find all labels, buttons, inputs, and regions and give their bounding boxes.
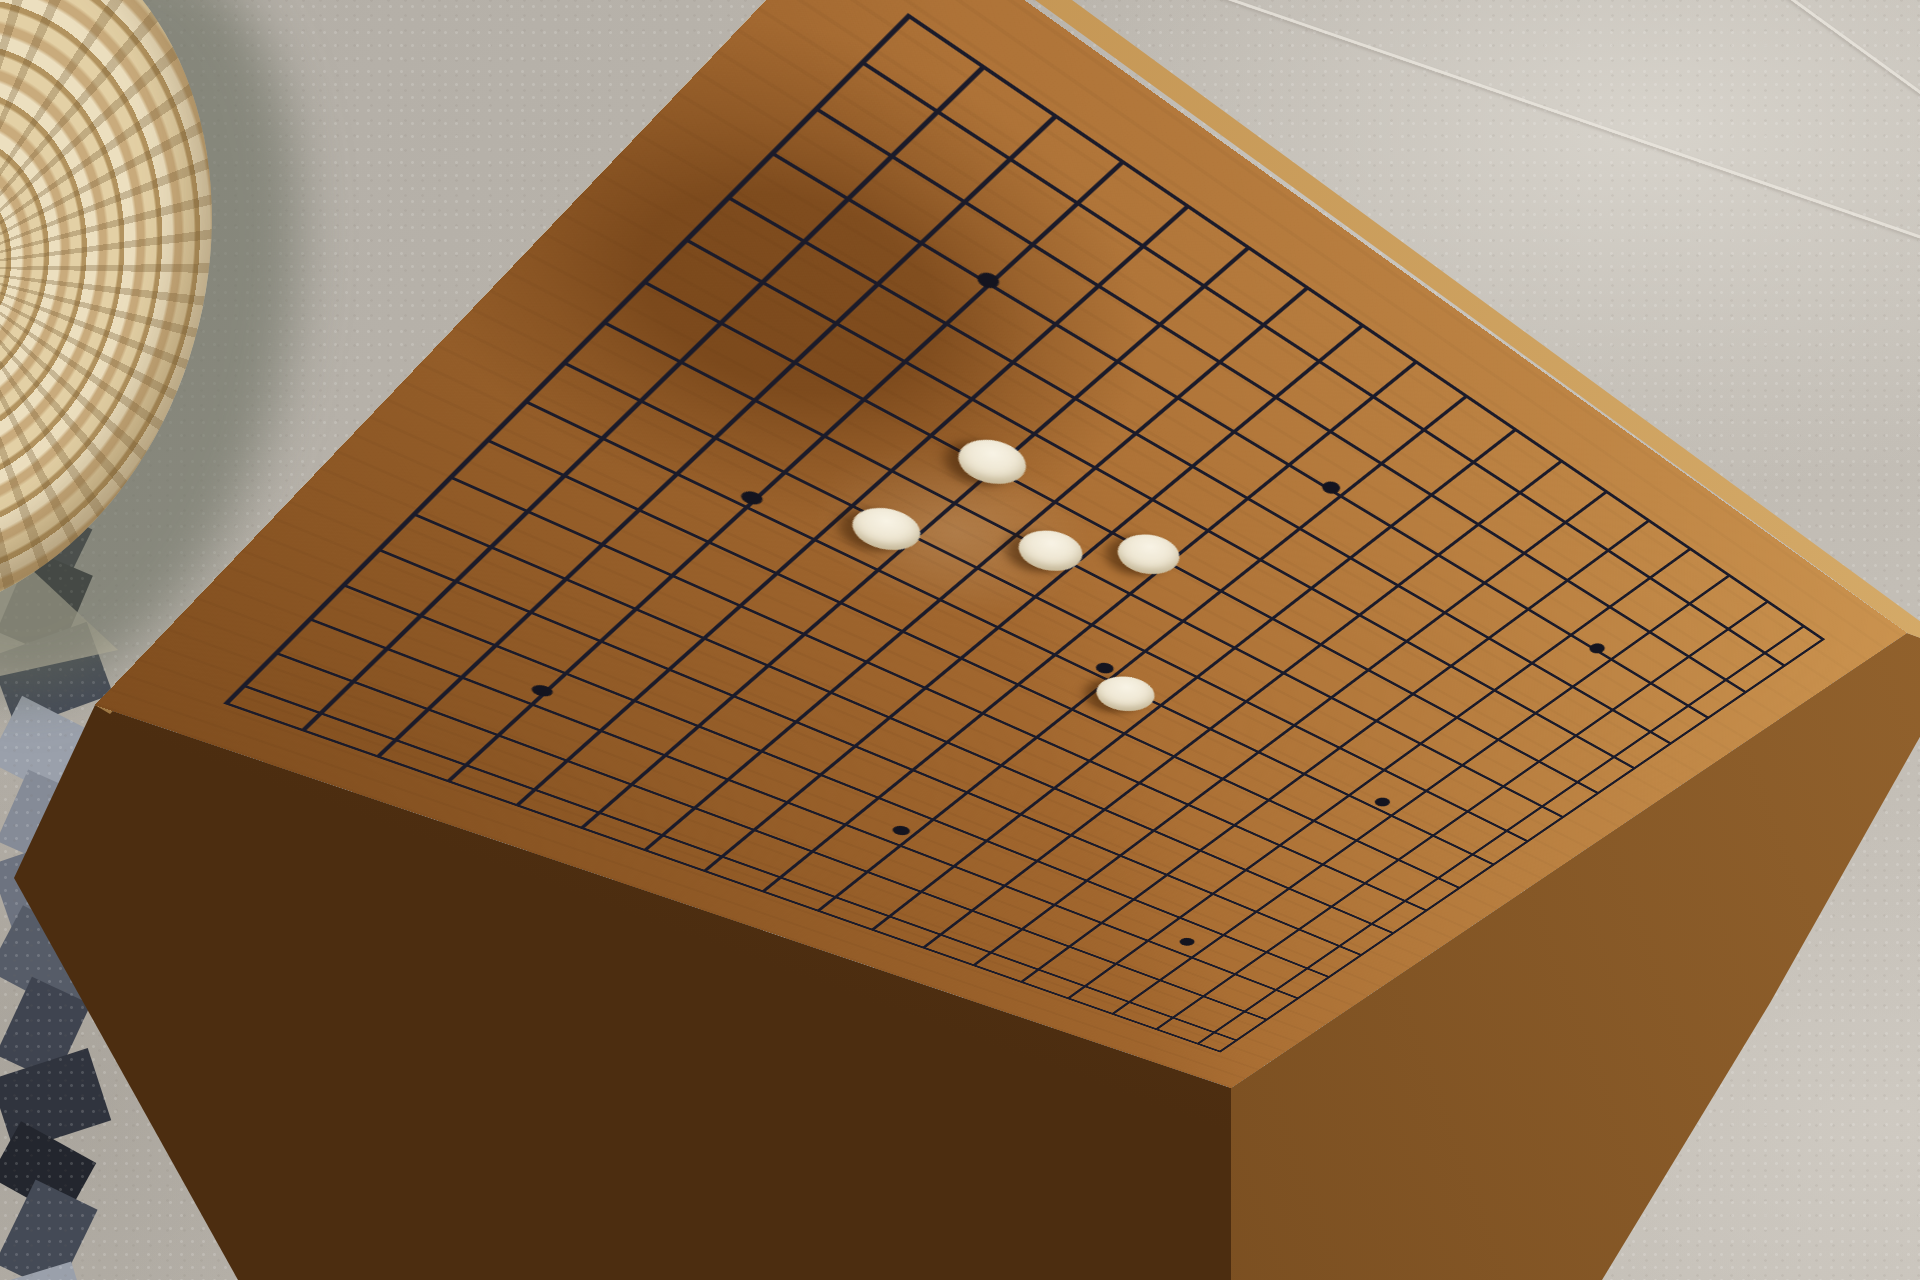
star-point (973, 269, 1003, 291)
star-point (1586, 641, 1608, 655)
star-point (1319, 479, 1344, 496)
star-point (889, 824, 913, 837)
star-point (528, 683, 556, 699)
star-point (737, 489, 766, 508)
scene (0, 0, 1920, 1280)
star-point (1372, 796, 1393, 808)
star-point (1093, 661, 1118, 676)
star-point (1177, 936, 1198, 947)
